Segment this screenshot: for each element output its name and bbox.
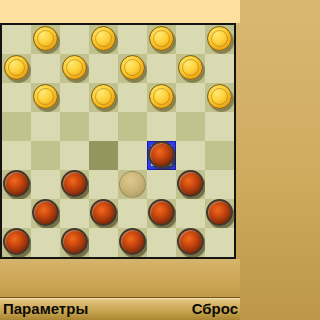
square-a6[interactable] (2, 83, 31, 112)
top-status-bar (0, 0, 240, 23)
checker-ghost[interactable] (119, 171, 146, 198)
square-d6[interactable] (89, 83, 118, 112)
square-g5[interactable] (176, 112, 205, 141)
square-c4[interactable] (60, 141, 89, 170)
square-g4[interactable] (176, 141, 205, 170)
square-h5[interactable] (205, 112, 234, 141)
square-c2[interactable] (60, 199, 89, 228)
square-a1[interactable] (2, 228, 31, 257)
square-c8[interactable] (60, 25, 89, 54)
checker-brown[interactable] (90, 199, 117, 226)
checker-brown[interactable] (61, 228, 88, 255)
square-c6[interactable] (60, 83, 89, 112)
square-g8[interactable] (176, 25, 205, 54)
square-h8[interactable] (205, 25, 234, 54)
softkey-options-button[interactable]: Параметры (3, 298, 88, 320)
checker-brown[interactable] (177, 170, 204, 197)
square-f3[interactable] (147, 170, 176, 199)
checker-yellow[interactable] (149, 26, 174, 51)
checker-yellow[interactable] (207, 26, 232, 51)
square-e5[interactable] (118, 112, 147, 141)
square-h7[interactable] (205, 54, 234, 83)
checker-yellow[interactable] (4, 55, 29, 80)
square-f6[interactable] (147, 83, 176, 112)
square-a4[interactable] (2, 141, 31, 170)
square-d2[interactable] (89, 199, 118, 228)
square-e2[interactable] (118, 199, 147, 228)
checker-yellow[interactable] (91, 84, 116, 109)
square-c7[interactable] (60, 54, 89, 83)
square-c3[interactable] (60, 170, 89, 199)
square-a3[interactable] (2, 170, 31, 199)
square-h6[interactable] (205, 83, 234, 112)
square-e6[interactable] (118, 83, 147, 112)
checker-brown[interactable] (177, 228, 204, 255)
square-a5[interactable] (2, 112, 31, 141)
checker-yellow[interactable] (178, 55, 203, 80)
square-d5[interactable] (89, 112, 118, 141)
checker-brown[interactable] (119, 228, 146, 255)
checker-brown-selected[interactable] (148, 141, 175, 168)
square-b3[interactable] (31, 170, 60, 199)
square-f8[interactable] (147, 25, 176, 54)
checker-brown[interactable] (206, 199, 233, 226)
square-f5[interactable] (147, 112, 176, 141)
square-d1[interactable] (89, 228, 118, 257)
checkers-board (0, 23, 236, 259)
square-h4[interactable] (205, 141, 234, 170)
square-h3[interactable] (205, 170, 234, 199)
checker-yellow[interactable] (33, 26, 58, 51)
square-c1[interactable] (60, 228, 89, 257)
square-f1[interactable] (147, 228, 176, 257)
square-a8[interactable] (2, 25, 31, 54)
square-d8[interactable] (89, 25, 118, 54)
checker-brown[interactable] (148, 199, 175, 226)
checker-yellow[interactable] (207, 84, 232, 109)
square-b2[interactable] (31, 199, 60, 228)
checker-yellow[interactable] (91, 26, 116, 51)
square-e1[interactable] (118, 228, 147, 257)
square-e3[interactable] (118, 170, 147, 199)
square-d3[interactable] (89, 170, 118, 199)
square-c5[interactable] (60, 112, 89, 141)
square-b7[interactable] (31, 54, 60, 83)
checker-brown[interactable] (32, 199, 59, 226)
square-h2[interactable] (205, 199, 234, 228)
square-e7[interactable] (118, 54, 147, 83)
square-b4[interactable] (31, 141, 60, 170)
checker-brown[interactable] (3, 170, 30, 197)
square-g1[interactable] (176, 228, 205, 257)
background-area (0, 259, 240, 297)
checker-brown[interactable] (61, 170, 88, 197)
softkey-bar: Параметры Сброс (0, 297, 240, 320)
checker-yellow[interactable] (120, 55, 145, 80)
square-f7[interactable] (147, 54, 176, 83)
square-d4[interactable] (89, 141, 118, 170)
softkey-reset-button[interactable]: Сброс (192, 298, 238, 320)
square-e4[interactable] (118, 141, 147, 170)
square-f4[interactable] (147, 141, 176, 170)
checker-yellow[interactable] (149, 84, 174, 109)
square-g6[interactable] (176, 83, 205, 112)
square-g3[interactable] (176, 170, 205, 199)
checker-brown[interactable] (3, 228, 30, 255)
square-f2[interactable] (147, 199, 176, 228)
square-b8[interactable] (31, 25, 60, 54)
checker-yellow[interactable] (62, 55, 87, 80)
square-h1[interactable] (205, 228, 234, 257)
square-d7[interactable] (89, 54, 118, 83)
square-e8[interactable] (118, 25, 147, 54)
square-a7[interactable] (2, 54, 31, 83)
square-b1[interactable] (31, 228, 60, 257)
checker-yellow[interactable] (33, 84, 58, 109)
square-g2[interactable] (176, 199, 205, 228)
square-g7[interactable] (176, 54, 205, 83)
square-a2[interactable] (2, 199, 31, 228)
square-b6[interactable] (31, 83, 60, 112)
square-b5[interactable] (31, 112, 60, 141)
